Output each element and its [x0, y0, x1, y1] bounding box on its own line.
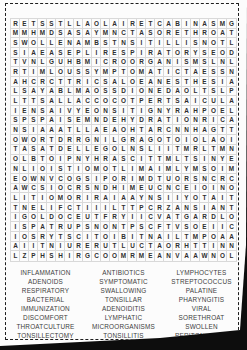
grid-cell: N: [155, 106, 164, 116]
grid-cell: O: [155, 135, 164, 145]
grid-cell: A: [20, 145, 29, 155]
grid-cell: Y: [182, 193, 191, 203]
grid-cell: M: [191, 232, 200, 242]
grid-cell: S: [20, 222, 29, 232]
grid-cell: D: [164, 87, 173, 97]
grid-cell: A: [47, 48, 56, 58]
grid-cell: A: [74, 96, 83, 106]
grid-cell: L: [83, 125, 92, 135]
grid-cell: S: [110, 106, 119, 116]
grid-cell: A: [191, 213, 200, 223]
grid-cell: A: [47, 125, 56, 135]
grid-cell: C: [218, 116, 227, 126]
word-list-item: PHARYNGITIS: [164, 295, 239, 304]
grid-cell: M: [38, 29, 47, 39]
grid-cell: I: [137, 38, 146, 48]
word-list-item: INFLAMMATION: [8, 268, 83, 277]
grid-cell: I: [128, 164, 137, 174]
word-list-column-1: INFLAMMATIONADENOIDSRESPIRATORYBACTERIAL…: [8, 268, 83, 340]
grid-cell: H: [65, 58, 74, 68]
grid-cell: D: [47, 213, 56, 223]
word-list-item: TONSILLITIS: [86, 331, 161, 340]
grid-cell: Y: [92, 67, 101, 77]
grid-cell: P: [20, 116, 29, 126]
grid-cell: M: [56, 193, 65, 203]
grid-cell: D: [227, 48, 236, 58]
grid-cell: R: [74, 135, 83, 145]
grid-cell: N: [218, 184, 227, 194]
grid-cell: T: [47, 145, 56, 155]
grid-cell: S: [119, 48, 128, 58]
grid-cell: S: [182, 58, 191, 68]
grid-cell: L: [38, 213, 47, 223]
grid-cell: T: [29, 96, 38, 106]
grid-cell: A: [191, 251, 200, 261]
grid-cell: M: [101, 29, 110, 39]
grid-cell: M: [74, 87, 83, 97]
grid-cell: O: [110, 145, 119, 155]
grid-cell: E: [137, 184, 146, 194]
grid-cell: T: [47, 222, 56, 232]
grid-cell: L: [47, 38, 56, 48]
word-list-item: ADENOIDITIS: [86, 304, 161, 313]
grid-cell: L: [173, 164, 182, 174]
grid-cell: S: [56, 29, 65, 39]
grid-cell: D: [119, 87, 128, 97]
grid-cell: E: [74, 213, 83, 223]
grid-cell: C: [92, 96, 101, 106]
grid-cell: V: [173, 222, 182, 232]
grid-cell: R: [38, 77, 47, 87]
grid-cell: I: [47, 203, 56, 213]
grid-cell: E: [155, 87, 164, 97]
grid-cell: U: [65, 67, 74, 77]
grid-cell: W: [20, 184, 29, 194]
grid-cell: V: [155, 213, 164, 223]
grid-cell: H: [191, 106, 200, 116]
grid-cell: T: [110, 242, 119, 252]
grid-cell: G: [83, 251, 92, 261]
grid-cell: C: [65, 203, 74, 213]
word-list-item: MICROORGANISMS: [86, 322, 161, 331]
grid-cell: T: [38, 242, 47, 252]
grid-cell: R: [74, 77, 83, 87]
grid-cell: I: [83, 203, 92, 213]
grid-cell: H: [119, 116, 128, 126]
grid-cell: L: [119, 164, 128, 174]
grid-cell: T: [164, 222, 173, 232]
grid-cell: M: [218, 19, 227, 29]
grid-cell: C: [227, 222, 236, 232]
grid-cell: T: [92, 232, 101, 242]
grid-cell: Y: [164, 106, 173, 116]
grid-cell: A: [200, 125, 209, 135]
grid-cell: W: [20, 135, 29, 145]
grid-cell: S: [29, 232, 38, 242]
grid-cell: T: [65, 77, 74, 87]
word-list-item: STREPTOCOCCUS: [164, 277, 239, 286]
grid-cell: S: [38, 184, 47, 194]
grid-cell: S: [200, 164, 209, 174]
grid-cell: M: [38, 67, 47, 77]
grid-cell: N: [65, 38, 74, 48]
grid-cell: P: [227, 87, 236, 97]
grid-cell: O: [101, 251, 110, 261]
grid-cell: O: [191, 222, 200, 232]
grid-cell: O: [56, 67, 65, 77]
word-list-item: ANTIBIOTICS: [86, 268, 161, 277]
grid-cell: D: [137, 116, 146, 126]
grid-cell: C: [146, 213, 155, 223]
grid-cell: T: [227, 203, 236, 213]
grid-cell: A: [155, 116, 164, 126]
grid-cell: T: [164, 48, 173, 58]
grid-cell: T: [128, 203, 137, 213]
grid-cell: S: [74, 67, 83, 77]
grid-cell: T: [20, 67, 29, 77]
grid-cell: C: [173, 184, 182, 194]
grid-cell: O: [218, 251, 227, 261]
grid-cell: E: [20, 106, 29, 116]
grid-cell: N: [29, 106, 38, 116]
grid-cell: D: [101, 116, 110, 126]
grid-cell: T: [227, 29, 236, 39]
grid-cell: N: [200, 38, 209, 48]
grid-cell: O: [101, 164, 110, 174]
grid-cell: S: [74, 29, 83, 39]
grid-cell: I: [173, 193, 182, 203]
grid-cell: G: [227, 19, 236, 29]
grid-cell: O: [128, 58, 137, 68]
grid-cell: I: [209, 184, 218, 194]
word-list-item: PALATINE: [164, 286, 239, 295]
grid-cell: R: [74, 193, 83, 203]
grid-cell: C: [110, 96, 119, 106]
grid-cell: T: [110, 164, 119, 174]
grid-cell: R: [110, 58, 119, 68]
grid-cell: S: [200, 58, 209, 68]
grid-cell: L: [11, 251, 20, 261]
grid-cell: P: [74, 48, 83, 58]
grid-cell: U: [164, 174, 173, 184]
grid-cell: I: [227, 135, 236, 145]
grid-cell: R: [11, 67, 20, 77]
grid-cell: I: [182, 135, 191, 145]
grid-cell: H: [191, 77, 200, 87]
grid-cell: O: [218, 48, 227, 58]
grid-cell: A: [74, 38, 83, 48]
grid-cell: C: [146, 222, 155, 232]
grid-cell: I: [47, 184, 56, 194]
grid-cell: P: [29, 251, 38, 261]
grid-cell: O: [101, 232, 110, 242]
grid-cell: U: [83, 213, 92, 223]
grid-cell: P: [200, 232, 209, 242]
grid-cell: T: [200, 242, 209, 252]
grid-cell: T: [92, 213, 101, 223]
grid-cell: E: [173, 29, 182, 39]
grid-cell: M: [137, 174, 146, 184]
word-list: INFLAMMATIONADENOIDSRESPIRATORYBACTERIAL…: [8, 268, 239, 340]
grid-cell: L: [65, 19, 74, 29]
grid-cell: O: [101, 222, 110, 232]
grid-cell: L: [209, 58, 218, 68]
grid-cell: N: [218, 203, 227, 213]
grid-cell: I: [29, 242, 38, 252]
grid-cell: C: [74, 232, 83, 242]
word-list-column-3: LYMPHOCYTESSTREPTOCOCCUSPALATINEPHARYNGI…: [164, 268, 239, 340]
grid-cell: S: [38, 96, 47, 106]
grid-cell: C: [209, 174, 218, 184]
grid-cell: S: [47, 19, 56, 29]
grid-cell: D: [47, 29, 56, 39]
grid-cell: O: [65, 174, 74, 184]
grid-cell: P: [128, 222, 137, 232]
grid-cell: E: [200, 77, 209, 87]
grid-cell: I: [191, 184, 200, 194]
grid-cell: T: [173, 213, 182, 223]
grid-cell: I: [11, 106, 20, 116]
grid-cell: E: [146, 96, 155, 106]
grid-cell: N: [227, 242, 236, 252]
grid-cell: T: [128, 29, 137, 39]
grid-cell: N: [146, 232, 155, 242]
grid-cell: Y: [83, 155, 92, 165]
grid-cell: S: [65, 116, 74, 126]
grid-cell: S: [209, 77, 218, 87]
grid-cell: N: [164, 58, 173, 68]
grid-cell: C: [65, 184, 74, 194]
word-list-item: SORETHROAT: [164, 313, 239, 322]
grid-cell: L: [110, 203, 119, 213]
grid-cell: T: [146, 19, 155, 29]
word-list-item: IMMUNIZATION: [8, 304, 83, 313]
grid-cell: L: [74, 19, 83, 29]
grid-cell: S: [218, 67, 227, 77]
grid-cell: S: [83, 174, 92, 184]
grid-cell: I: [92, 203, 101, 213]
grid-cell: H: [20, 77, 29, 87]
grid-cell: A: [164, 19, 173, 29]
grid-cell: A: [173, 203, 182, 213]
grid-cell: S: [38, 106, 47, 116]
grid-cell: D: [56, 145, 65, 155]
grid-cell: T: [200, 193, 209, 203]
grid-cell: I: [20, 193, 29, 203]
grid-cell: N: [11, 125, 20, 135]
grid-cell: P: [137, 96, 146, 106]
grid-cell: I: [155, 164, 164, 174]
grid-cell: L: [191, 87, 200, 97]
grid-cell: I: [200, 155, 209, 165]
grid-cell: R: [74, 242, 83, 252]
grid-cell: T: [128, 96, 137, 106]
grid-cell: I: [110, 232, 119, 242]
grid-cell: P: [29, 222, 38, 232]
grid-cell: S: [101, 38, 110, 48]
grid-cell: O: [38, 164, 47, 174]
grid-cell: R: [65, 135, 74, 145]
grid-cell: D: [56, 135, 65, 145]
grid-cell: P: [74, 222, 83, 232]
grid-cell: I: [11, 213, 20, 223]
grid-cell: T: [20, 96, 29, 106]
grid-cell: N: [119, 38, 128, 48]
grid-cell: A: [146, 164, 155, 174]
grid-cell: R: [74, 251, 83, 261]
grid-cell: R: [155, 96, 164, 106]
grid-cell: T: [74, 203, 83, 213]
grid-cell: Y: [47, 232, 56, 242]
grid-cell: S: [128, 38, 137, 48]
grid-cell: W: [20, 38, 29, 48]
grid-cell: N: [92, 135, 101, 145]
grid-cell: I: [38, 193, 47, 203]
grid-cell: H: [191, 29, 200, 39]
grid-cell: D: [101, 184, 110, 194]
grid-cell: N: [110, 222, 119, 232]
grid-cell: W: [29, 174, 38, 184]
grid-cell: M: [191, 164, 200, 174]
grid-cell: B: [74, 58, 83, 68]
grid-cell: Y: [119, 213, 128, 223]
word-list-item: LYMPHATIC: [86, 313, 161, 322]
grid-cell: O: [29, 213, 38, 223]
grid-cell: L: [11, 96, 20, 106]
word-list-item: PERITONSILLAR: [164, 331, 239, 340]
grid-cell: N: [92, 116, 101, 126]
grid-cell: I: [128, 213, 137, 223]
grid-cell: A: [29, 87, 38, 97]
grid-cell: R: [74, 184, 83, 194]
grid-cell: S: [56, 164, 65, 174]
grid-cell: T: [128, 106, 137, 116]
grid-cell: A: [11, 184, 20, 194]
grid-cell: B: [119, 232, 128, 242]
grid-cell: N: [20, 203, 29, 213]
grid-cell: B: [173, 19, 182, 29]
grid-cell: A: [56, 125, 65, 135]
grid-cell: E: [74, 116, 83, 126]
grid-cell: A: [182, 106, 191, 116]
grid-cell: U: [101, 242, 110, 252]
grid-cell: R: [173, 242, 182, 252]
grid-cell: A: [92, 125, 101, 135]
grid-cell: S: [29, 145, 38, 155]
grid-cell: A: [29, 48, 38, 58]
grid-cell: L: [47, 67, 56, 77]
grid-cell: L: [119, 145, 128, 155]
grid-cell: A: [146, 77, 155, 87]
grid-cell: I: [209, 222, 218, 232]
grid-cell: O: [227, 213, 236, 223]
grid-cell: H: [29, 29, 38, 39]
grid-cell: S: [137, 145, 146, 155]
grid-cell: T: [11, 58, 20, 68]
grid-cell: G: [101, 145, 110, 155]
grid-cell: U: [146, 184, 155, 194]
grid-cell: G: [119, 135, 128, 145]
grid-cell: T: [227, 125, 236, 135]
grid-cell: I: [164, 193, 173, 203]
grid-cell: I: [56, 242, 65, 252]
grid-cell: R: [182, 174, 191, 184]
grid-cell: I: [74, 164, 83, 174]
grid-cell: I: [29, 67, 38, 77]
grid-cell: T: [155, 155, 164, 165]
grid-cell: I: [218, 222, 227, 232]
grid-cell: O: [182, 116, 191, 126]
grid-cell: O: [11, 135, 20, 145]
grid-cell: R: [182, 48, 191, 58]
grid-cell: E: [56, 38, 65, 48]
grid-cell: T: [119, 222, 128, 232]
grid-cell: L: [83, 48, 92, 58]
grid-cell: A: [137, 29, 146, 39]
grid-cell: A: [47, 116, 56, 126]
grid-cell: N: [38, 174, 47, 184]
grid-cell: O: [173, 135, 182, 145]
grid-cell: I: [137, 213, 146, 223]
grid-cell: T: [47, 135, 56, 145]
grid-cell: I: [20, 48, 29, 58]
grid-cell: T: [65, 125, 74, 135]
grid-cell: O: [209, 38, 218, 48]
grid-cell: N: [74, 155, 83, 165]
grid-cell: R: [146, 48, 155, 58]
grid-cell: S: [155, 193, 164, 203]
grid-cell: L: [173, 232, 182, 242]
grid-cell: I: [182, 38, 191, 48]
grid-cell: I: [128, 174, 137, 184]
grid-cell: C: [146, 203, 155, 213]
grid-cell: O: [56, 184, 65, 194]
grid-cell: A: [38, 125, 47, 135]
grid-cell: S: [191, 203, 200, 213]
grid-cell: S: [146, 29, 155, 39]
grid-cell: M: [128, 184, 137, 194]
grid-cell: O: [92, 87, 101, 97]
grid-cell: O: [128, 67, 137, 77]
grid-cell: L: [11, 193, 20, 203]
puzzle-page: RETSSTLLAOLAIRETCABINASMGMMHMDSASAYMNCTA…: [0, 0, 247, 350]
grid-cell: I: [182, 19, 191, 29]
grid-cell: E: [101, 125, 110, 135]
grid-cell: L: [20, 164, 29, 174]
grid-cell: R: [101, 155, 110, 165]
grid-cell: A: [164, 213, 173, 223]
word-list-item: RESPIRATORY: [8, 286, 83, 295]
grid-cell: O: [92, 19, 101, 29]
grid-cell: N: [92, 184, 101, 194]
grid-cell: T: [11, 145, 20, 155]
grid-cell: S: [47, 251, 56, 261]
grid-cell: O: [200, 184, 209, 194]
grid-cell: H: [92, 155, 101, 165]
grid-cell: A: [47, 87, 56, 97]
grid-cell: L: [74, 125, 83, 135]
grid-cell: L: [83, 145, 92, 155]
grid-cell: T: [227, 193, 236, 203]
grid-cell: P: [110, 67, 119, 77]
grid-cell: I: [83, 77, 92, 87]
grid-cell: I: [83, 193, 92, 203]
grid-cell: C: [92, 77, 101, 87]
grid-cell: E: [11, 174, 20, 184]
grid-cell: L: [200, 135, 209, 145]
grid-cell: C: [155, 184, 164, 194]
grid-cell: I: [164, 232, 173, 242]
